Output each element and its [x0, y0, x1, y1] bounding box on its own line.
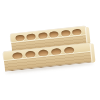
- wooden-pit-rack: [1, 25, 99, 75]
- bottom-tier-end-face: [90, 43, 96, 63]
- product-photo: [0, 0, 100, 100]
